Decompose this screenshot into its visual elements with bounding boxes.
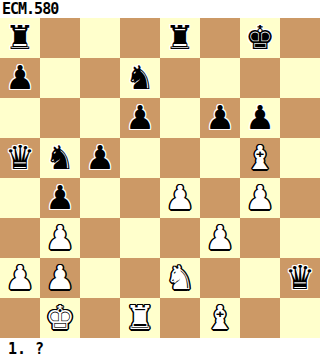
- white-pawn: ♟: [165, 178, 195, 218]
- square-f5[interactable]: [200, 138, 240, 178]
- square-g5[interactable]: ♝: [240, 138, 280, 178]
- square-h8[interactable]: [280, 18, 320, 58]
- square-c3[interactable]: [80, 218, 120, 258]
- black-pawn: ♟: [245, 98, 275, 138]
- square-d3[interactable]: [120, 218, 160, 258]
- square-e7[interactable]: [160, 58, 200, 98]
- white-pawn: ♟: [45, 258, 75, 298]
- square-c6[interactable]: [80, 98, 120, 138]
- square-g6[interactable]: ♟: [240, 98, 280, 138]
- square-c8[interactable]: [80, 18, 120, 58]
- white-pawn: ♟: [205, 218, 235, 258]
- square-g1[interactable]: [240, 298, 280, 338]
- square-b2[interactable]: ♟: [40, 258, 80, 298]
- white-pawn: ♟: [5, 258, 35, 298]
- black-pawn: ♟: [85, 138, 115, 178]
- black-queen: ♛: [285, 258, 315, 298]
- black-knight: ♞: [125, 58, 155, 98]
- square-f6[interactable]: ♟: [200, 98, 240, 138]
- square-h3[interactable]: [280, 218, 320, 258]
- square-f1[interactable]: ♝: [200, 298, 240, 338]
- square-a2[interactable]: ♟: [0, 258, 40, 298]
- square-h2[interactable]: ♛: [280, 258, 320, 298]
- square-d4[interactable]: [120, 178, 160, 218]
- square-e6[interactable]: [160, 98, 200, 138]
- white-bishop: ♝: [205, 298, 235, 338]
- white-pawn: ♟: [45, 218, 75, 258]
- square-h1[interactable]: [280, 298, 320, 338]
- square-a1[interactable]: [0, 298, 40, 338]
- square-d1[interactable]: ♜: [120, 298, 160, 338]
- square-f8[interactable]: [200, 18, 240, 58]
- square-a5[interactable]: ♛: [0, 138, 40, 178]
- black-pawn: ♟: [5, 58, 35, 98]
- black-pawn: ♟: [125, 98, 155, 138]
- white-rook: ♜: [125, 298, 155, 338]
- square-b1[interactable]: ♚: [40, 298, 80, 338]
- square-d8[interactable]: [120, 18, 160, 58]
- white-knight: ♞: [165, 258, 195, 298]
- chess-board: ♜♜♚♟♞♟♟♟♛♞♟♝♟♟♟♟♟♟♟♞♛♚♜♝: [0, 18, 320, 338]
- square-g7[interactable]: [240, 58, 280, 98]
- square-b4[interactable]: ♟: [40, 178, 80, 218]
- square-a4[interactable]: [0, 178, 40, 218]
- square-a6[interactable]: [0, 98, 40, 138]
- square-c2[interactable]: [80, 258, 120, 298]
- black-knight: ♞: [45, 138, 75, 178]
- white-pawn: ♟: [245, 178, 275, 218]
- square-c4[interactable]: [80, 178, 120, 218]
- square-h6[interactable]: [280, 98, 320, 138]
- square-a3[interactable]: [0, 218, 40, 258]
- square-f4[interactable]: [200, 178, 240, 218]
- square-b7[interactable]: [40, 58, 80, 98]
- square-b8[interactable]: [40, 18, 80, 58]
- square-d5[interactable]: [120, 138, 160, 178]
- square-c7[interactable]: [80, 58, 120, 98]
- square-a8[interactable]: ♜: [0, 18, 40, 58]
- square-g2[interactable]: [240, 258, 280, 298]
- square-e3[interactable]: [160, 218, 200, 258]
- square-c1[interactable]: [80, 298, 120, 338]
- black-rook: ♜: [165, 18, 195, 58]
- puzzle-title: ECM.580: [0, 0, 320, 18]
- black-king: ♚: [245, 18, 275, 58]
- black-pawn: ♟: [45, 178, 75, 218]
- white-king: ♚: [45, 298, 75, 338]
- square-e4[interactable]: ♟: [160, 178, 200, 218]
- square-g4[interactable]: ♟: [240, 178, 280, 218]
- square-d7[interactable]: ♞: [120, 58, 160, 98]
- black-rook: ♜: [5, 18, 35, 58]
- square-g3[interactable]: [240, 218, 280, 258]
- square-e5[interactable]: [160, 138, 200, 178]
- square-f2[interactable]: [200, 258, 240, 298]
- square-d6[interactable]: ♟: [120, 98, 160, 138]
- chess-app-window: ECM.580 ♜♜♚♟♞♟♟♟♛♞♟♝♟♟♟♟♟♟♟♞♛♚♜♝ 1. ?: [0, 0, 320, 360]
- square-f3[interactable]: ♟: [200, 218, 240, 258]
- square-e8[interactable]: ♜: [160, 18, 200, 58]
- square-b6[interactable]: [40, 98, 80, 138]
- square-e1[interactable]: [160, 298, 200, 338]
- square-b5[interactable]: ♞: [40, 138, 80, 178]
- black-queen: ♛: [5, 138, 35, 178]
- square-a7[interactable]: ♟: [0, 58, 40, 98]
- square-b3[interactable]: ♟: [40, 218, 80, 258]
- square-h4[interactable]: [280, 178, 320, 218]
- white-bishop: ♝: [245, 138, 275, 178]
- square-d2[interactable]: [120, 258, 160, 298]
- square-h7[interactable]: [280, 58, 320, 98]
- square-f7[interactable]: [200, 58, 240, 98]
- square-h5[interactable]: [280, 138, 320, 178]
- square-g8[interactable]: ♚: [240, 18, 280, 58]
- square-e2[interactable]: ♞: [160, 258, 200, 298]
- square-c5[interactable]: ♟: [80, 138, 120, 178]
- black-pawn: ♟: [205, 98, 235, 138]
- move-prompt: 1. ?: [0, 338, 320, 360]
